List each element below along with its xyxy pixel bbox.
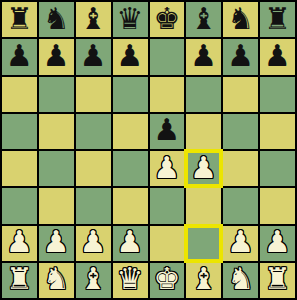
white-pawn[interactable]: ♟ (153, 153, 180, 183)
square-d4[interactable] (113, 151, 148, 186)
black-pawn[interactable]: ♟ (190, 41, 217, 71)
square-f2[interactable] (186, 226, 221, 261)
white-knight[interactable]: ♞ (227, 264, 254, 294)
square-e3[interactable] (150, 188, 185, 223)
white-pawn[interactable]: ♟ (190, 153, 217, 183)
square-g6[interactable] (223, 77, 258, 112)
square-c6[interactable] (76, 77, 111, 112)
square-c1[interactable]: ♝ (76, 263, 111, 298)
square-e1[interactable]: ♚ (150, 263, 185, 298)
square-h8[interactable]: ♜ (260, 2, 295, 37)
white-pawn[interactable]: ♟ (117, 227, 144, 257)
square-d6[interactable] (113, 77, 148, 112)
black-rook[interactable]: ♜ (6, 4, 33, 34)
square-c4[interactable] (76, 151, 111, 186)
square-g7[interactable]: ♟ (223, 39, 258, 74)
square-g1[interactable]: ♞ (223, 263, 258, 298)
black-pawn[interactable]: ♟ (227, 41, 254, 71)
square-a8[interactable]: ♜ (2, 2, 37, 37)
square-g2[interactable]: ♟ (223, 226, 258, 261)
black-queen[interactable]: ♛ (117, 4, 144, 34)
white-rook[interactable]: ♜ (6, 264, 33, 294)
square-f1[interactable]: ♝ (186, 263, 221, 298)
square-e7[interactable] (150, 39, 185, 74)
black-king[interactable]: ♚ (153, 4, 180, 34)
square-c3[interactable] (76, 188, 111, 223)
square-g5[interactable] (223, 114, 258, 149)
square-h5[interactable] (260, 114, 295, 149)
black-bishop[interactable]: ♝ (80, 4, 107, 34)
square-b7[interactable]: ♟ (39, 39, 74, 74)
black-pawn[interactable]: ♟ (117, 41, 144, 71)
black-rook[interactable]: ♜ (264, 4, 291, 34)
white-pawn[interactable]: ♟ (227, 227, 254, 257)
square-e5[interactable]: ♟ (150, 114, 185, 149)
square-f3[interactable] (186, 188, 221, 223)
white-knight[interactable]: ♞ (43, 264, 70, 294)
square-d2[interactable]: ♟ (113, 226, 148, 261)
square-f8[interactable]: ♝ (186, 2, 221, 37)
square-g4[interactable] (223, 151, 258, 186)
square-h2[interactable]: ♟ (260, 226, 295, 261)
square-d3[interactable] (113, 188, 148, 223)
square-c2[interactable]: ♟ (76, 226, 111, 261)
square-c5[interactable] (76, 114, 111, 149)
square-d7[interactable]: ♟ (113, 39, 148, 74)
white-pawn[interactable]: ♟ (264, 227, 291, 257)
square-h7[interactable]: ♟ (260, 39, 295, 74)
square-f6[interactable] (186, 77, 221, 112)
square-a5[interactable] (2, 114, 37, 149)
square-g8[interactable]: ♞ (223, 2, 258, 37)
square-a1[interactable]: ♜ (2, 263, 37, 298)
white-pawn[interactable]: ♟ (6, 227, 33, 257)
square-b4[interactable] (39, 151, 74, 186)
square-a3[interactable] (2, 188, 37, 223)
black-pawn[interactable]: ♟ (43, 41, 70, 71)
square-b3[interactable] (39, 188, 74, 223)
square-f4[interactable]: ♟ (186, 151, 221, 186)
white-rook[interactable]: ♜ (264, 264, 291, 294)
square-b5[interactable] (39, 114, 74, 149)
square-f7[interactable]: ♟ (186, 39, 221, 74)
square-b6[interactable] (39, 77, 74, 112)
black-knight[interactable]: ♞ (227, 4, 254, 34)
black-knight[interactable]: ♞ (43, 4, 70, 34)
square-a4[interactable] (2, 151, 37, 186)
square-h3[interactable] (260, 188, 295, 223)
square-b2[interactable]: ♟ (39, 226, 74, 261)
black-bishop[interactable]: ♝ (190, 4, 217, 34)
square-h4[interactable] (260, 151, 295, 186)
square-g3[interactable] (223, 188, 258, 223)
square-b8[interactable]: ♞ (39, 2, 74, 37)
square-a2[interactable]: ♟ (2, 226, 37, 261)
black-pawn[interactable]: ♟ (264, 41, 291, 71)
square-c8[interactable]: ♝ (76, 2, 111, 37)
square-e4[interactable]: ♟ (150, 151, 185, 186)
square-a6[interactable] (2, 77, 37, 112)
square-f5[interactable] (186, 114, 221, 149)
chess-board: ♜♞♝♛♚♝♞♜♟♟♟♟♟♟♟♟♟♟♟♟♟♟♟♟♜♞♝♛♚♝♞♜ (0, 0, 297, 300)
black-pawn[interactable]: ♟ (153, 115, 180, 145)
square-e2[interactable] (150, 226, 185, 261)
square-d5[interactable] (113, 114, 148, 149)
white-queen[interactable]: ♛ (117, 264, 144, 294)
white-bishop[interactable]: ♝ (190, 264, 217, 294)
black-pawn[interactable]: ♟ (80, 41, 107, 71)
white-pawn[interactable]: ♟ (43, 227, 70, 257)
square-a7[interactable]: ♟ (2, 39, 37, 74)
square-d1[interactable]: ♛ (113, 263, 148, 298)
square-e8[interactable]: ♚ (150, 2, 185, 37)
black-pawn[interactable]: ♟ (6, 41, 33, 71)
square-d8[interactable]: ♛ (113, 2, 148, 37)
white-king[interactable]: ♚ (153, 264, 180, 294)
white-pawn[interactable]: ♟ (80, 227, 107, 257)
white-bishop[interactable]: ♝ (80, 264, 107, 294)
square-c7[interactable]: ♟ (76, 39, 111, 74)
square-h1[interactable]: ♜ (260, 263, 295, 298)
square-e6[interactable] (150, 77, 185, 112)
square-b1[interactable]: ♞ (39, 263, 74, 298)
square-h6[interactable] (260, 77, 295, 112)
